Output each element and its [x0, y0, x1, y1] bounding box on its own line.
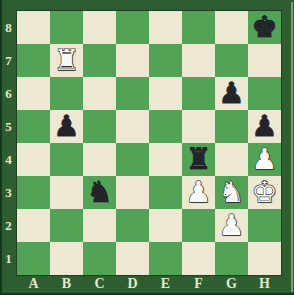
board-square-a4[interactable] [17, 143, 50, 176]
board-square-g4[interactable] [215, 143, 248, 176]
board-square-a1[interactable] [17, 242, 50, 275]
board-square-c5[interactable] [83, 110, 116, 143]
board-square-d5[interactable] [116, 110, 149, 143]
board-square-c2[interactable] [83, 209, 116, 242]
board-square-g5[interactable] [215, 110, 248, 143]
rank-label: 6 [0, 77, 17, 110]
board-square-g1[interactable] [215, 242, 248, 275]
board-square-f5[interactable] [182, 110, 215, 143]
rank-label: 3 [0, 176, 17, 209]
board-square-g3[interactable]: ♞ [215, 176, 248, 209]
rank-label: 4 [0, 143, 17, 176]
board-square-a7[interactable] [17, 44, 50, 77]
board-square-e7[interactable] [149, 44, 182, 77]
chess-piece-black-pawn: ♟ [219, 77, 245, 110]
board-square-f8[interactable] [182, 11, 215, 44]
board-square-a8[interactable] [17, 11, 50, 44]
board-square-d4[interactable] [116, 143, 149, 176]
chess-piece-black-pawn: ♟ [252, 110, 278, 143]
chess-piece-black-king: ♚ [252, 11, 278, 44]
chess-board-frame: 87654321 ♚♜♟♟♟♜♟♞♟♞♚♟ ABCDEFGH [0, 0, 294, 295]
chess-piece-black-knight: ♞ [87, 176, 113, 209]
board-square-b6[interactable] [50, 77, 83, 110]
board-square-h4[interactable]: ♟ [248, 143, 281, 176]
board-square-b8[interactable] [50, 11, 83, 44]
board-square-h5[interactable]: ♟ [248, 110, 281, 143]
file-label: B [50, 274, 83, 294]
board-square-d6[interactable] [116, 77, 149, 110]
file-label: G [215, 274, 248, 294]
frame-bevel-right-highlight [291, 2, 293, 292]
board-square-h8[interactable]: ♚ [248, 11, 281, 44]
board-square-c7[interactable] [83, 44, 116, 77]
file-label: H [248, 274, 281, 294]
board-square-e8[interactable] [149, 11, 182, 44]
board-square-e5[interactable] [149, 110, 182, 143]
rank-label: 7 [0, 44, 17, 77]
board-square-d1[interactable] [116, 242, 149, 275]
rank-label: 5 [0, 110, 17, 143]
board-square-e1[interactable] [149, 242, 182, 275]
chess-piece-white-pawn: ♟ [186, 176, 212, 209]
rank-label: 8 [0, 11, 17, 44]
chess-piece-white-rook: ♜ [54, 44, 80, 77]
board-square-c6[interactable] [83, 77, 116, 110]
chess-piece-black-pawn: ♟ [54, 110, 80, 143]
chess-piece-white-knight: ♞ [219, 176, 245, 209]
board-square-e6[interactable] [149, 77, 182, 110]
file-labels: ABCDEFGH [17, 274, 281, 294]
board-square-b1[interactable] [50, 242, 83, 275]
board-square-h2[interactable] [248, 209, 281, 242]
board-square-g7[interactable] [215, 44, 248, 77]
board-square-a2[interactable] [17, 209, 50, 242]
board-square-f1[interactable] [182, 242, 215, 275]
file-label: E [149, 274, 182, 294]
board-square-e2[interactable] [149, 209, 182, 242]
board-square-c3[interactable]: ♞ [83, 176, 116, 209]
board-square-d2[interactable] [116, 209, 149, 242]
board-square-g6[interactable]: ♟ [215, 77, 248, 110]
board-square-h3[interactable]: ♚ [248, 176, 281, 209]
board-square-d3[interactable] [116, 176, 149, 209]
file-label: D [116, 274, 149, 294]
board-square-f6[interactable] [182, 77, 215, 110]
rank-labels: 87654321 [0, 11, 17, 275]
file-label: C [83, 274, 116, 294]
board-square-b7[interactable]: ♜ [50, 44, 83, 77]
board-square-d7[interactable] [116, 44, 149, 77]
board-square-c8[interactable] [83, 11, 116, 44]
board-square-h6[interactable] [248, 77, 281, 110]
board-square-d8[interactable] [116, 11, 149, 44]
board-square-f7[interactable] [182, 44, 215, 77]
chess-board: ♚♜♟♟♟♜♟♞♟♞♚♟ [17, 11, 281, 275]
file-label: A [17, 274, 50, 294]
board-square-g8[interactable] [215, 11, 248, 44]
board-square-h7[interactable] [248, 44, 281, 77]
board-square-f3[interactable]: ♟ [182, 176, 215, 209]
board-square-a3[interactable] [17, 176, 50, 209]
board-square-b4[interactable] [50, 143, 83, 176]
board-square-f2[interactable] [182, 209, 215, 242]
file-label: F [182, 274, 215, 294]
board-square-c1[interactable] [83, 242, 116, 275]
chess-piece-white-king: ♚ [252, 176, 278, 209]
chess-piece-white-pawn: ♟ [252, 143, 278, 176]
rank-label: 2 [0, 209, 17, 242]
board-square-b3[interactable] [50, 176, 83, 209]
chess-piece-white-pawn: ♟ [219, 209, 245, 242]
board-square-b5[interactable]: ♟ [50, 110, 83, 143]
board-square-b2[interactable] [50, 209, 83, 242]
board-square-c4[interactable] [83, 143, 116, 176]
chess-piece-black-rook: ♜ [186, 143, 212, 176]
board-square-g2[interactable]: ♟ [215, 209, 248, 242]
board-square-h1[interactable] [248, 242, 281, 275]
rank-label: 1 [0, 242, 17, 275]
board-square-a6[interactable] [17, 77, 50, 110]
board-square-e3[interactable] [149, 176, 182, 209]
board-square-a5[interactable] [17, 110, 50, 143]
board-square-f4[interactable]: ♜ [182, 143, 215, 176]
board-square-e4[interactable] [149, 143, 182, 176]
